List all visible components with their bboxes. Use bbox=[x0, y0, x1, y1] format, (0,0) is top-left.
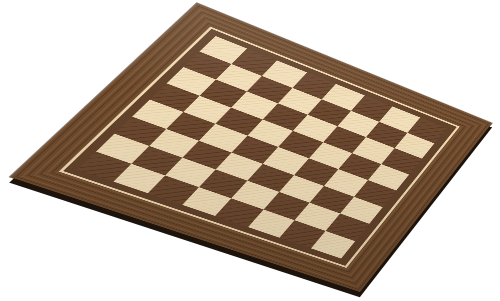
photo-canvas bbox=[0, 0, 500, 301]
chess-board bbox=[10, 3, 492, 292]
